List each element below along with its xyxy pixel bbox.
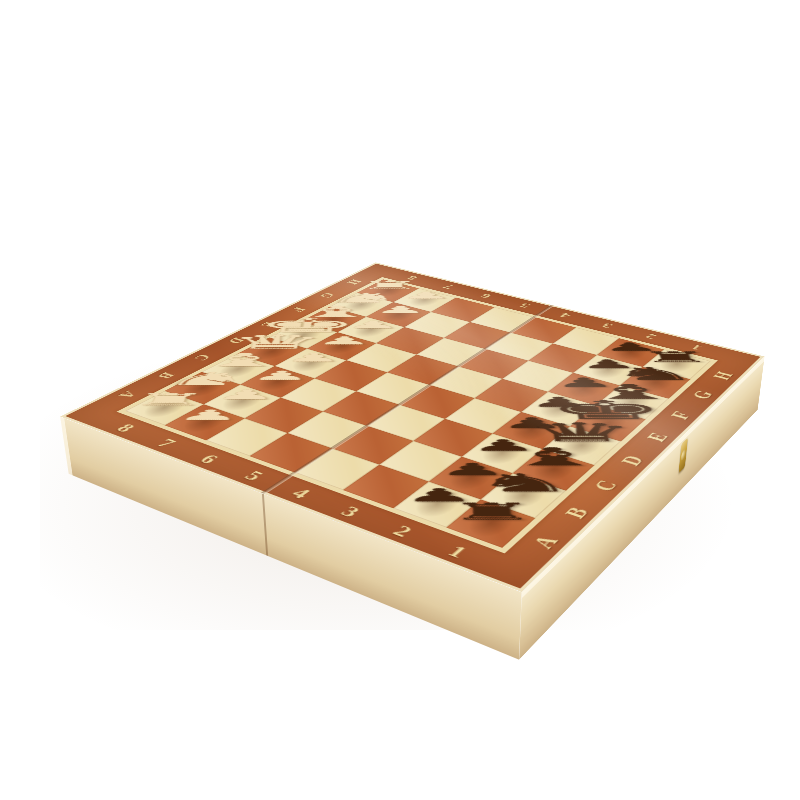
piece-black-queen-d1[interactable]: ♛ xyxy=(542,426,621,465)
rook-glyph: ♜ xyxy=(358,221,421,291)
square-d1[interactable] xyxy=(542,426,621,465)
square-c5[interactable] xyxy=(323,391,400,426)
queen-glyph: ♛ xyxy=(224,242,323,352)
square-b3[interactable] xyxy=(379,441,461,482)
square-a2[interactable] xyxy=(393,482,480,528)
square-c4[interactable] xyxy=(367,405,445,441)
fold-seam-side xyxy=(262,493,268,556)
piece-black-pawn-a2[interactable]: ♟ xyxy=(393,482,480,528)
rook-glyph: ♜ xyxy=(448,422,539,524)
square-b1[interactable] xyxy=(481,473,566,518)
piece-black-rook-a1[interactable]: ♜ xyxy=(446,499,535,547)
piece-white-pawn-b7[interactable]: ♟ xyxy=(204,385,281,419)
square-b4[interactable] xyxy=(332,426,413,465)
pawn-glyph: ♟ xyxy=(403,424,475,505)
square-b5[interactable] xyxy=(288,411,368,448)
pawn-glyph: ♟ xyxy=(581,305,640,371)
rook-glyph: ♜ xyxy=(643,284,715,364)
piece-black-pawn-b2[interactable]: ♟ xyxy=(429,457,513,500)
square-a3[interactable] xyxy=(343,465,429,509)
square-d3[interactable] xyxy=(445,398,521,433)
product-photo-stage: 87654321 87654321 ABCDEFGH ABCDEFGH ♜♞♝♛… xyxy=(0,0,800,800)
piece-black-knight-b1[interactable]: ♞ xyxy=(481,473,566,518)
square-a4[interactable] xyxy=(295,448,379,490)
piece-white-pawn-a7[interactable]: ♟ xyxy=(165,404,245,440)
square-b2[interactable] xyxy=(429,457,513,500)
square-a1[interactable] xyxy=(446,499,535,547)
bishop-glyph: ♝ xyxy=(294,228,376,320)
square-c3[interactable] xyxy=(413,419,492,457)
square-c2[interactable] xyxy=(462,434,542,474)
square-a5[interactable] xyxy=(250,433,333,473)
pawn-glyph: ♟ xyxy=(438,400,508,478)
king-glyph: ♚ xyxy=(253,220,356,335)
square-d4[interactable] xyxy=(400,385,475,419)
knight-glyph: ♞ xyxy=(326,221,401,304)
pawn-glyph: ♟ xyxy=(471,379,538,454)
piece-black-bishop-c1[interactable]: ♝ xyxy=(513,449,595,491)
square-b6[interactable] xyxy=(245,398,323,433)
square-c1[interactable] xyxy=(513,449,595,491)
square-a6[interactable] xyxy=(206,418,287,456)
piece-black-pawn-c2[interactable]: ♟ xyxy=(462,434,542,474)
